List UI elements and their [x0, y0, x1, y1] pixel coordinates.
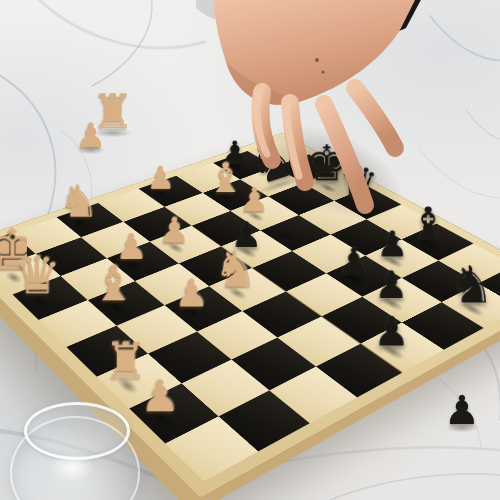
black-knight-h7[interactable]: ♞: [448, 259, 494, 310]
white-queen-c1[interactable]: ♛: [14, 249, 61, 302]
white-knight-a3[interactable]: ♞: [59, 179, 99, 224]
water-glass-highlight: [50, 452, 94, 482]
white-bishop-d2[interactable]: ♝: [92, 259, 136, 308]
white-knight-e4[interactable]: ♞: [214, 244, 259, 294]
black-pawn-g6[interactable]: ♟: [375, 266, 409, 304]
black-pawn-f7[interactable]: ♟: [376, 227, 408, 263]
white-pawn-e3[interactable]: ♟: [174, 275, 209, 313]
white-pawn-g1[interactable]: ♟: [140, 374, 180, 418]
white-pawn-a5[interactable]: ♟: [146, 162, 175, 194]
black-pawn-f6[interactable]: ♟: [338, 243, 371, 280]
scene: ♟♚♛♝♟♟♞♝♟♟♟♟♟♟♟♞♞♟♟♝♚♛♜♟ ♜♟♟♞: [0, 0, 500, 500]
water-glass: [6, 398, 142, 500]
black-queen-d8[interactable]: ♛: [339, 161, 380, 206]
piece-shadow: [270, 227, 304, 246]
captured-black-pawn[interactable]: ♟: [444, 390, 480, 430]
white-pawn-c4[interactable]: ♟: [159, 213, 190, 248]
black-bishop-f8[interactable]: ♝: [409, 201, 449, 245]
water-glass-rim: [24, 402, 130, 460]
piece-shadow: [71, 144, 111, 156]
black-pawn-h5[interactable]: ♟: [373, 311, 409, 352]
piece-shadow: [439, 422, 486, 434]
captured-white-pawn[interactable]: ♟: [76, 118, 106, 152]
